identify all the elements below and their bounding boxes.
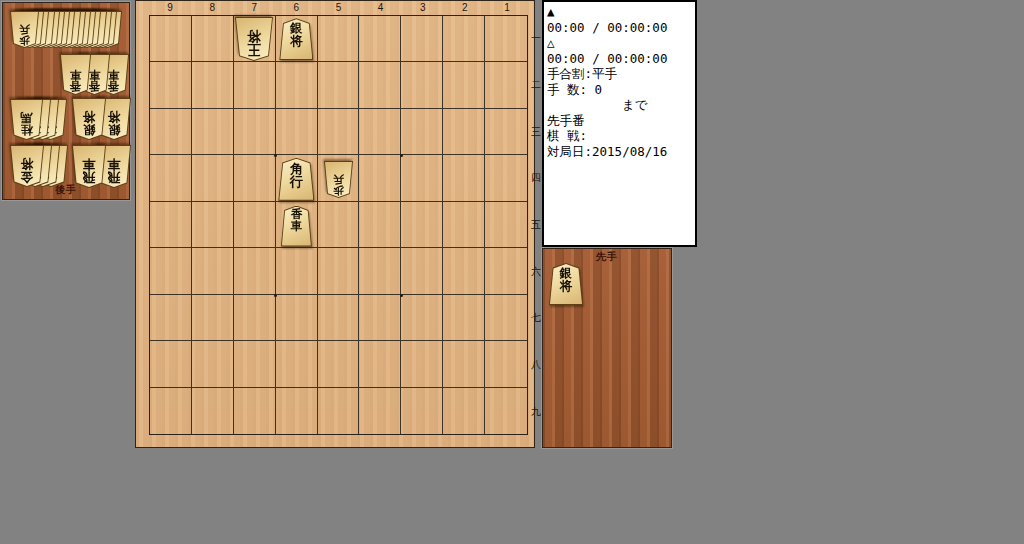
gote-clock: 00:00 / 00:00:00 <box>547 51 695 67</box>
sente-bishop-piece[interactable]: 角行 <box>278 158 314 201</box>
board-cell-82[interactable] <box>192 62 234 108</box>
handicap-line: 手合割:平手 <box>547 66 695 82</box>
board-cell-83[interactable] <box>192 109 234 155</box>
board-cell-53[interactable] <box>318 109 360 155</box>
board-cell-32[interactable] <box>401 62 443 108</box>
piece-kanji: 香車 <box>60 54 91 95</box>
board-cell-55[interactable] <box>318 202 360 248</box>
move-count-line: 手 数: 0 <box>547 82 695 98</box>
board-cell-76[interactable] <box>234 248 276 294</box>
board-cell-28[interactable] <box>443 341 485 387</box>
gote-silver-piece[interactable]: 銀将 <box>72 98 106 140</box>
date-line: 対局日:2015/08/16 <box>547 144 695 160</box>
piece-kanji: 香車 <box>281 206 312 247</box>
board-cell-24[interactable] <box>443 155 485 201</box>
board-cell-79[interactable] <box>234 388 276 434</box>
board-cell-69[interactable] <box>276 388 318 434</box>
sente-tray-label: 先手 <box>543 250 671 264</box>
board-cell-14[interactable] <box>485 155 527 201</box>
board-cell-39[interactable] <box>401 388 443 434</box>
board-cell-97[interactable] <box>150 295 192 341</box>
board-cell-36[interactable] <box>401 248 443 294</box>
rank-label: 八 <box>530 342 542 389</box>
board-cell-13[interactable] <box>485 109 527 155</box>
rank-label: 四 <box>530 155 542 202</box>
board-cell-34[interactable] <box>401 155 443 201</box>
rank-label: 六 <box>530 248 542 295</box>
board-cell-77[interactable] <box>234 295 276 341</box>
board-cell-63[interactable] <box>276 109 318 155</box>
shogi-board: 987654321 一二三四五六七八九 王将銀将角行歩兵香車 <box>135 0 535 448</box>
board-cell-21[interactable] <box>443 16 485 62</box>
board-cell-62[interactable] <box>276 62 318 108</box>
board-cell-68[interactable] <box>276 341 318 387</box>
board-cell-27[interactable] <box>443 295 485 341</box>
star-point <box>274 294 277 297</box>
piece-kanji: 金将 <box>10 145 44 187</box>
gote-hand-tray[interactable]: 後手 歩兵歩兵歩兵歩兵歩兵歩兵歩兵歩兵歩兵歩兵歩兵歩兵歩兵歩兵歩兵歩兵歩兵香車香… <box>2 2 130 200</box>
board-cell-29[interactable] <box>443 388 485 434</box>
board-cell-52[interactable] <box>318 62 360 108</box>
gote-rook-piece[interactable]: 飛車 <box>72 145 106 188</box>
board-cell-85[interactable] <box>192 202 234 248</box>
board-cell-87[interactable] <box>192 295 234 341</box>
rank-label: 二 <box>530 62 542 109</box>
board-cell-81[interactable] <box>192 16 234 62</box>
file-labels: 987654321 <box>149 1 528 15</box>
board-cell-38[interactable] <box>401 341 443 387</box>
star-point <box>400 154 403 157</box>
file-label: 4 <box>360 1 402 15</box>
board-cell-19[interactable] <box>485 388 527 434</box>
sente-silver-piece[interactable]: 銀将 <box>549 263 583 305</box>
board-cell-22[interactable] <box>443 62 485 108</box>
board-cell-25[interactable] <box>443 202 485 248</box>
board-cell-48[interactable] <box>359 341 401 387</box>
shogi-app-window: 後手 歩兵歩兵歩兵歩兵歩兵歩兵歩兵歩兵歩兵歩兵歩兵歩兵歩兵歩兵歩兵歩兵歩兵香車香… <box>0 0 1024 544</box>
board-cell-41[interactable] <box>359 16 401 62</box>
board-cell-23[interactable] <box>443 109 485 155</box>
board-cell-18[interactable] <box>485 341 527 387</box>
piece-kanji: 歩兵 <box>10 11 39 48</box>
board-cell-98[interactable] <box>150 341 192 387</box>
made-line: まで <box>547 97 695 113</box>
gote-turn-mark: △ <box>547 35 695 51</box>
sente-lance-piece[interactable]: 香車 <box>281 206 312 247</box>
board-cell-11[interactable] <box>485 16 527 62</box>
board-cell-78[interactable] <box>234 341 276 387</box>
board-cell-72[interactable] <box>234 62 276 108</box>
board-cell-91[interactable] <box>150 16 192 62</box>
file-label: 7 <box>233 1 275 15</box>
file-label: 6 <box>275 1 317 15</box>
board-cell-89[interactable] <box>192 388 234 434</box>
board-cell-94[interactable] <box>150 155 192 201</box>
board-cell-95[interactable] <box>150 202 192 248</box>
rank-label: 九 <box>530 388 542 435</box>
piece-kanji: 飛車 <box>72 145 106 188</box>
file-label: 8 <box>191 1 233 15</box>
sente-turn-mark: ▲ <box>547 4 695 20</box>
board-cell-43[interactable] <box>359 109 401 155</box>
board-cell-35[interactable] <box>401 202 443 248</box>
board-cell-45[interactable] <box>359 202 401 248</box>
board-cell-84[interactable] <box>192 155 234 201</box>
file-label: 9 <box>149 1 191 15</box>
board-cell-44[interactable] <box>359 155 401 201</box>
board-cell-42[interactable] <box>359 62 401 108</box>
gote-pawn-piece[interactable]: 歩兵 <box>324 161 353 198</box>
star-point <box>400 294 403 297</box>
board-cell-96[interactable] <box>150 248 192 294</box>
board-cell-46[interactable] <box>359 248 401 294</box>
board-cell-93[interactable] <box>150 109 192 155</box>
game-info-panel: ▲ 00:00 / 00:00:00 △ 00:00 / 00:00:00 手合… <box>542 0 697 247</box>
board-cell-86[interactable] <box>192 248 234 294</box>
file-label: 5 <box>317 1 359 15</box>
event-line: 棋 戦: <box>547 128 695 144</box>
gote-king-piece[interactable]: 王将 <box>235 17 273 61</box>
board-cell-58[interactable] <box>318 341 360 387</box>
board-cell-66[interactable] <box>276 248 318 294</box>
board-cell-37[interactable] <box>401 295 443 341</box>
gote-lance-piece[interactable]: 香車 <box>60 54 91 95</box>
board-cell-47[interactable] <box>359 295 401 341</box>
sente-clock: 00:00 / 00:00:00 <box>547 20 695 36</box>
piece-kanji: 銀将 <box>549 263 583 305</box>
board-cell-15[interactable] <box>485 202 527 248</box>
star-point <box>274 154 277 157</box>
board-cell-17[interactable] <box>485 295 527 341</box>
board-grid <box>149 15 528 435</box>
turn-line: 先手番 <box>547 113 695 129</box>
board-cell-67[interactable] <box>276 295 318 341</box>
board-cell-26[interactable] <box>443 248 485 294</box>
rank-label: 五 <box>530 202 542 249</box>
rank-label: 一 <box>530 15 542 62</box>
piece-kanji: 銀将 <box>279 18 313 60</box>
board-cell-33[interactable] <box>401 109 443 155</box>
board-cell-99[interactable] <box>150 388 192 434</box>
board-cell-59[interactable] <box>318 388 360 434</box>
board-cell-12[interactable] <box>485 62 527 108</box>
board-cell-75[interactable] <box>234 202 276 248</box>
sente-silver-piece[interactable]: 銀将 <box>279 18 313 60</box>
board-cell-31[interactable] <box>401 16 443 62</box>
board-cell-56[interactable] <box>318 248 360 294</box>
board-cell-57[interactable] <box>318 295 360 341</box>
file-label: 2 <box>444 1 486 15</box>
gote-gold-piece[interactable]: 金将 <box>10 145 44 187</box>
board-cell-49[interactable] <box>359 388 401 434</box>
rank-labels: 一二三四五六七八九 <box>530 15 542 435</box>
piece-kanji: 歩兵 <box>324 161 353 198</box>
rank-label: 三 <box>530 108 542 155</box>
board-cell-16[interactable] <box>485 248 527 294</box>
file-label: 1 <box>486 1 528 15</box>
piece-kanji: 銀将 <box>72 98 106 140</box>
board-cell-73[interactable] <box>234 109 276 155</box>
sente-hand-tray[interactable]: 先手 銀将 <box>542 248 672 448</box>
board-cell-74[interactable] <box>234 155 276 201</box>
board-cell-88[interactable] <box>192 341 234 387</box>
rank-label: 七 <box>530 295 542 342</box>
board-cell-51[interactable] <box>318 16 360 62</box>
piece-kanji: 角行 <box>278 158 314 201</box>
file-label: 3 <box>402 1 444 15</box>
board-cell-92[interactable] <box>150 62 192 108</box>
piece-kanji: 桂馬 <box>10 99 43 140</box>
gote-knight-piece[interactable]: 桂馬 <box>10 99 43 140</box>
gote-pawn-piece[interactable]: 歩兵 <box>10 11 39 48</box>
piece-kanji: 王将 <box>235 17 273 61</box>
